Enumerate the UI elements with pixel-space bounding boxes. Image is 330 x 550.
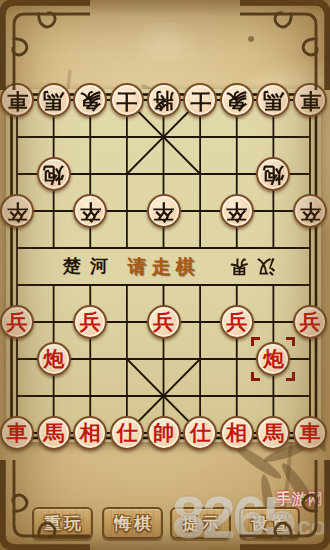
selection-corner-icon [251,372,260,381]
red-piece-仕[interactable]: 仕 [110,416,144,450]
black-piece-炮[interactable]: 炮 [37,157,71,191]
red-piece-車[interactable]: 車 [293,416,327,450]
red-piece-炮[interactable]: 炮 [37,342,71,376]
black-piece-卒[interactable]: 卒 [147,194,181,228]
selection-corner-icon [286,337,295,346]
red-piece-相[interactable]: 相 [220,416,254,450]
black-piece-象[interactable]: 象 [220,83,254,117]
undo-button[interactable]: 悔棋 [102,507,163,539]
red-piece-帥[interactable]: 帥 [147,416,181,450]
red-piece-兵[interactable]: 兵 [0,305,34,339]
replay-button[interactable]: 重玩 [32,507,93,539]
red-piece-仕[interactable]: 仕 [183,416,217,450]
black-piece-士[interactable]: 士 [183,83,217,117]
piece-layer: 車馬象士將士象馬車炮炮卒卒卒卒卒兵兵兵兵兵炮炮車馬相仕帥仕相馬車 [0,0,330,550]
black-piece-車[interactable]: 車 [293,83,327,117]
selection-corner-icon [251,337,260,346]
black-piece-士[interactable]: 士 [110,83,144,117]
red-piece-兵[interactable]: 兵 [293,305,327,339]
selection-corner-icon [286,372,295,381]
black-piece-卒[interactable]: 卒 [220,194,254,228]
red-piece-炮[interactable]: 炮 [256,342,290,376]
red-piece-兵[interactable]: 兵 [73,305,107,339]
red-piece-相[interactable]: 相 [73,416,107,450]
red-piece-馬[interactable]: 馬 [37,416,71,450]
black-piece-馬[interactable]: 馬 [37,83,71,117]
red-piece-車[interactable]: 車 [0,416,34,450]
black-piece-卒[interactable]: 卒 [0,194,34,228]
app-root: 楚河 请走棋 汉界 車馬象士將士象馬車炮炮卒卒卒卒卒兵兵兵兵兵炮炮車馬相仕帥仕相… [0,0,330,550]
red-piece-兵[interactable]: 兵 [220,305,254,339]
black-piece-馬[interactable]: 馬 [256,83,290,117]
black-piece-炮[interactable]: 炮 [256,157,290,191]
black-piece-卒[interactable]: 卒 [73,194,107,228]
black-piece-將[interactable]: 將 [147,83,181,117]
settings-button[interactable]: 设置 [239,507,300,539]
black-piece-車[interactable]: 車 [0,83,34,117]
black-piece-象[interactable]: 象 [73,83,107,117]
hint-button[interactable]: 提示 [170,507,231,539]
red-piece-馬[interactable]: 馬 [256,416,290,450]
black-piece-卒[interactable]: 卒 [293,194,327,228]
red-piece-兵[interactable]: 兵 [147,305,181,339]
